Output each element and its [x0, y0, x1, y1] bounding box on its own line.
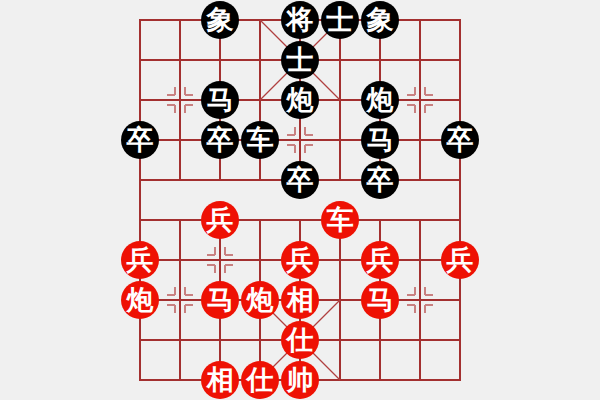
- piece-black-soldier[interactable]: 卒: [281, 161, 319, 199]
- board-point[interactable]: 象: [360, 0, 400, 40]
- piece-red-horse[interactable]: 马: [201, 281, 239, 319]
- board-point[interactable]: [160, 40, 200, 80]
- board-point[interactable]: [360, 320, 400, 360]
- board-point[interactable]: [440, 160, 480, 200]
- piece-black-chariot[interactable]: 车: [241, 121, 279, 159]
- board-point[interactable]: 卒: [120, 120, 160, 160]
- board-point[interactable]: [120, 0, 160, 40]
- board-point[interactable]: [240, 320, 280, 360]
- piece-red-cannon[interactable]: 炮: [241, 281, 279, 319]
- board-point[interactable]: 将: [280, 0, 320, 40]
- board-point[interactable]: [200, 40, 240, 80]
- board-point[interactable]: 帅: [280, 360, 320, 400]
- board-point[interactable]: [400, 320, 440, 360]
- board-point[interactable]: 车: [240, 120, 280, 160]
- piece-black-horse[interactable]: 马: [361, 121, 399, 159]
- board-point[interactable]: [240, 240, 280, 280]
- board-point[interactable]: [400, 200, 440, 240]
- piece-red-cannon[interactable]: 炮: [121, 281, 159, 319]
- piece-red-soldier[interactable]: 兵: [361, 241, 399, 279]
- board-point[interactable]: [160, 360, 200, 400]
- board-point[interactable]: [160, 320, 200, 360]
- board-point[interactable]: [160, 240, 200, 280]
- board-point[interactable]: 相: [200, 360, 240, 400]
- board-point[interactable]: [240, 160, 280, 200]
- board-point[interactable]: [360, 200, 400, 240]
- board-point[interactable]: [320, 80, 360, 120]
- board-point[interactable]: [120, 160, 160, 200]
- board-point[interactable]: [400, 280, 440, 320]
- board-point[interactable]: [160, 280, 200, 320]
- board-point[interactable]: 马: [360, 120, 400, 160]
- piece-black-soldier[interactable]: 卒: [361, 161, 399, 199]
- piece-red-chariot[interactable]: 车: [321, 201, 359, 239]
- board-point[interactable]: [160, 160, 200, 200]
- board-point[interactable]: [200, 160, 240, 200]
- board-point[interactable]: [320, 160, 360, 200]
- board-point[interactable]: 马: [200, 280, 240, 320]
- board-point[interactable]: [320, 240, 360, 280]
- board-grid: 象将士象士马炮炮卒卒车马卒卒卒兵车兵兵兵兵炮马炮相马仕相仕帅: [120, 0, 480, 400]
- board-point[interactable]: [120, 200, 160, 240]
- board-point[interactable]: 炮: [360, 80, 400, 120]
- board-point[interactable]: 卒: [200, 120, 240, 160]
- board-point[interactable]: [280, 120, 320, 160]
- board-point[interactable]: [240, 200, 280, 240]
- piece-black-elephant[interactable]: 象: [201, 1, 239, 39]
- board-point[interactable]: [160, 200, 200, 240]
- piece-black-soldier[interactable]: 卒: [201, 121, 239, 159]
- board-point[interactable]: [200, 320, 240, 360]
- board-point[interactable]: [160, 120, 200, 160]
- board-point[interactable]: 相: [280, 280, 320, 320]
- piece-red-horse[interactable]: 马: [361, 281, 399, 319]
- board-point[interactable]: [280, 200, 320, 240]
- board-point[interactable]: [320, 40, 360, 80]
- board-point[interactable]: 炮: [240, 280, 280, 320]
- board-point[interactable]: [160, 80, 200, 120]
- board-point[interactable]: 仕: [240, 360, 280, 400]
- board-point[interactable]: [320, 360, 360, 400]
- board-point[interactable]: 兵: [280, 240, 320, 280]
- piece-red-elephant[interactable]: 相: [201, 361, 239, 399]
- piece-red-advisor[interactable]: 仕: [241, 361, 279, 399]
- piece-red-elephant[interactable]: 相: [281, 281, 319, 319]
- board-point[interactable]: 炮: [280, 80, 320, 120]
- board-point[interactable]: 兵: [360, 240, 400, 280]
- board-point[interactable]: [160, 0, 200, 40]
- board-point[interactable]: [440, 80, 480, 120]
- board-point[interactable]: 炮: [120, 280, 160, 320]
- piece-black-cannon[interactable]: 炮: [281, 81, 319, 119]
- board-point[interactable]: [120, 360, 160, 400]
- piece-red-advisor[interactable]: 仕: [281, 321, 319, 359]
- piece-black-horse[interactable]: 马: [201, 81, 239, 119]
- board-point[interactable]: [400, 120, 440, 160]
- board-point[interactable]: 象: [200, 0, 240, 40]
- piece-black-elephant[interactable]: 象: [361, 1, 399, 39]
- board-point[interactable]: [440, 280, 480, 320]
- xiangqi-board: 象将士象士马炮炮卒卒车马卒卒卒兵车兵兵兵兵炮马炮相马仕相仕帅: [0, 0, 600, 400]
- piece-black-cannon[interactable]: 炮: [361, 81, 399, 119]
- piece-black-general[interactable]: 将: [281, 1, 319, 39]
- board-point[interactable]: [120, 40, 160, 80]
- board-point[interactable]: [440, 200, 480, 240]
- board-point[interactable]: [400, 240, 440, 280]
- board-point[interactable]: 士: [280, 40, 320, 80]
- board-point[interactable]: 马: [360, 280, 400, 320]
- piece-red-soldier[interactable]: 兵: [441, 241, 479, 279]
- piece-red-soldier[interactable]: 兵: [121, 241, 159, 279]
- board-point[interactable]: [360, 40, 400, 80]
- piece-red-soldier[interactable]: 兵: [281, 241, 319, 279]
- board-point[interactable]: [440, 320, 480, 360]
- piece-black-advisor[interactable]: 士: [281, 41, 319, 79]
- board-point[interactable]: [240, 40, 280, 80]
- board-point[interactable]: [400, 80, 440, 120]
- piece-red-general[interactable]: 帅: [281, 361, 319, 399]
- board-point[interactable]: 兵: [200, 200, 240, 240]
- board-point[interactable]: 仕: [280, 320, 320, 360]
- board-point[interactable]: [360, 360, 400, 400]
- board-point[interactable]: [320, 280, 360, 320]
- board-point[interactable]: 车: [320, 200, 360, 240]
- board-point[interactable]: [200, 240, 240, 280]
- board-point[interactable]: 兵: [440, 240, 480, 280]
- board-point[interactable]: 兵: [120, 240, 160, 280]
- piece-black-advisor[interactable]: 士: [321, 1, 359, 39]
- board-point[interactable]: [120, 80, 160, 120]
- board-point[interactable]: 卒: [360, 160, 400, 200]
- board-point[interactable]: 卒: [440, 120, 480, 160]
- board-point[interactable]: [320, 120, 360, 160]
- board-point[interactable]: [440, 0, 480, 40]
- piece-red-soldier[interactable]: 兵: [201, 201, 239, 239]
- board-point[interactable]: [400, 360, 440, 400]
- board-point[interactable]: [320, 320, 360, 360]
- board-point[interactable]: 卒: [280, 160, 320, 200]
- board-point[interactable]: [400, 0, 440, 40]
- board-point[interactable]: [400, 160, 440, 200]
- board-point[interactable]: [440, 40, 480, 80]
- board-point[interactable]: [240, 80, 280, 120]
- piece-black-soldier[interactable]: 卒: [441, 121, 479, 159]
- board-point[interactable]: [400, 40, 440, 80]
- board-point[interactable]: [440, 360, 480, 400]
- board-point[interactable]: 马: [200, 80, 240, 120]
- piece-black-soldier[interactable]: 卒: [121, 121, 159, 159]
- board-point[interactable]: [120, 320, 160, 360]
- board-point[interactable]: 士: [320, 0, 360, 40]
- board-point[interactable]: [240, 0, 280, 40]
